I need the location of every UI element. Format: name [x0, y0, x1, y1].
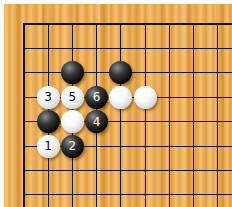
white-stone-move-3[interactable]: 3 [37, 86, 60, 109]
grid-line-vertical [193, 23, 194, 207]
grid-line-horizontal [23, 194, 232, 195]
go-diagram-screen: 356412 [0, 0, 232, 207]
white-stone-move-5[interactable]: 5 [61, 86, 84, 109]
grid-line-horizontal [23, 23, 232, 25]
stone-number: 1 [44, 140, 52, 152]
stone-number: 4 [93, 116, 101, 128]
stone-number: 5 [69, 91, 77, 103]
stone-number: 2 [69, 140, 77, 152]
black-stone[interactable] [37, 110, 60, 133]
grid-line-vertical [217, 23, 218, 207]
black-stone-move-2[interactable]: 2 [61, 135, 84, 158]
grid-line-vertical [145, 23, 146, 207]
stone-number: 6 [93, 91, 101, 103]
grid-line-vertical [120, 23, 121, 207]
black-stone-move-4[interactable]: 4 [85, 110, 108, 133]
black-stone-move-6[interactable]: 6 [85, 86, 108, 109]
white-stone[interactable] [61, 110, 84, 133]
white-stone[interactable] [109, 86, 132, 109]
white-stone-move-1[interactable]: 1 [37, 135, 60, 158]
white-stone[interactable] [134, 86, 157, 109]
stone-number: 3 [44, 91, 52, 103]
grid-line-horizontal [23, 170, 232, 171]
grid-line-vertical [169, 23, 170, 207]
grid-line-vertical [23, 23, 25, 207]
black-stone[interactable] [109, 61, 132, 84]
go-board[interactable]: 356412 [4, 4, 232, 207]
grid-line-horizontal [23, 48, 232, 49]
black-stone[interactable] [61, 61, 84, 84]
